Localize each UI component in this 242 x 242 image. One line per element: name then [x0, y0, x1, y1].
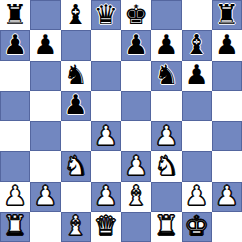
- square-c8[interactable]: ♝: [61, 0, 91, 30]
- square-b2[interactable]: ♟: [30, 182, 60, 212]
- square-a2[interactable]: ♟: [0, 182, 30, 212]
- black-knight-c6[interactable]: ♞: [64, 61, 88, 88]
- square-g5[interactable]: [182, 91, 212, 121]
- black-pawn-e7[interactable]: ♟: [124, 31, 148, 58]
- square-h5[interactable]: [212, 91, 242, 121]
- square-b5[interactable]: [30, 91, 60, 121]
- square-f6[interactable]: ♞: [151, 61, 181, 91]
- square-g6[interactable]: ♟: [182, 61, 212, 91]
- square-b4[interactable]: [30, 121, 60, 151]
- square-a7[interactable]: ♟: [0, 30, 30, 60]
- square-e1[interactable]: [121, 212, 151, 242]
- square-e4[interactable]: [121, 121, 151, 151]
- square-d5[interactable]: [91, 91, 121, 121]
- white-rook-f1[interactable]: ♜: [154, 212, 178, 239]
- square-h6[interactable]: [212, 61, 242, 91]
- square-h3[interactable]: [212, 151, 242, 181]
- square-h2[interactable]: ♟: [212, 182, 242, 212]
- square-b1[interactable]: [30, 212, 60, 242]
- black-king-e8[interactable]: ♚: [124, 1, 148, 28]
- square-b3[interactable]: [30, 151, 60, 181]
- square-g3[interactable]: [182, 151, 212, 181]
- square-g7[interactable]: ♝: [182, 30, 212, 60]
- square-h1[interactable]: [212, 212, 242, 242]
- white-knight-c3[interactable]: ♞: [64, 152, 88, 179]
- white-king-g1[interactable]: ♚: [185, 212, 209, 239]
- square-h4[interactable]: [212, 121, 242, 151]
- white-pawn-a2[interactable]: ♟: [3, 182, 27, 209]
- square-c4[interactable]: [61, 121, 91, 151]
- square-f5[interactable]: [151, 91, 181, 121]
- white-pawn-h2[interactable]: ♟: [215, 182, 239, 209]
- square-d6[interactable]: [91, 61, 121, 91]
- black-rook-h8[interactable]: ♜: [215, 1, 239, 28]
- square-c7[interactable]: [61, 30, 91, 60]
- square-g8[interactable]: [182, 0, 212, 30]
- black-bishop-c8[interactable]: ♝: [64, 1, 88, 28]
- square-e3[interactable]: ♟: [121, 151, 151, 181]
- square-d7[interactable]: [91, 30, 121, 60]
- square-g1[interactable]: ♚: [182, 212, 212, 242]
- chess-board: ♜♝♛♚♜♟♟♟♟♝♟♞♞♟♟♟♟♞♟♞♟♟♟♝♟♟♜♝♛♜♚: [0, 0, 242, 242]
- square-c3[interactable]: ♞: [61, 151, 91, 181]
- black-pawn-c5[interactable]: ♟: [64, 91, 88, 118]
- square-f8[interactable]: [151, 0, 181, 30]
- square-g4[interactable]: [182, 121, 212, 151]
- white-pawn-e3[interactable]: ♟: [124, 152, 148, 179]
- square-d4[interactable]: ♟: [91, 121, 121, 151]
- square-e6[interactable]: [121, 61, 151, 91]
- white-pawn-d2[interactable]: ♟: [94, 182, 118, 209]
- square-g2[interactable]: ♟: [182, 182, 212, 212]
- square-a6[interactable]: [0, 61, 30, 91]
- black-rook-a8[interactable]: ♜: [3, 1, 27, 28]
- square-b6[interactable]: [30, 61, 60, 91]
- square-e8[interactable]: ♚: [121, 0, 151, 30]
- square-e5[interactable]: [121, 91, 151, 121]
- square-h7[interactable]: ♟: [212, 30, 242, 60]
- black-pawn-h7[interactable]: ♟: [215, 31, 239, 58]
- square-d8[interactable]: ♛: [91, 0, 121, 30]
- black-pawn-g6[interactable]: ♟: [185, 61, 209, 88]
- square-c2[interactable]: [61, 182, 91, 212]
- square-b8[interactable]: [30, 0, 60, 30]
- white-queen-d1[interactable]: ♛: [94, 212, 118, 239]
- white-bishop-e2[interactable]: ♝: [124, 182, 148, 209]
- square-f3[interactable]: ♞: [151, 151, 181, 181]
- square-a4[interactable]: [0, 121, 30, 151]
- white-bishop-c1[interactable]: ♝: [64, 212, 88, 239]
- square-e7[interactable]: ♟: [121, 30, 151, 60]
- square-f4[interactable]: ♟: [151, 121, 181, 151]
- square-e2[interactable]: ♝: [121, 182, 151, 212]
- white-pawn-b2[interactable]: ♟: [33, 182, 57, 209]
- square-a5[interactable]: [0, 91, 30, 121]
- square-c5[interactable]: ♟: [61, 91, 91, 121]
- square-a8[interactable]: ♜: [0, 0, 30, 30]
- square-b7[interactable]: ♟: [30, 30, 60, 60]
- black-bishop-g7[interactable]: ♝: [185, 31, 209, 58]
- black-queen-d8[interactable]: ♛: [94, 1, 118, 28]
- square-a1[interactable]: ♜: [0, 212, 30, 242]
- white-knight-f3[interactable]: ♞: [154, 152, 178, 179]
- square-h8[interactable]: ♜: [212, 0, 242, 30]
- black-pawn-f7[interactable]: ♟: [154, 31, 178, 58]
- black-pawn-b7[interactable]: ♟: [33, 31, 57, 58]
- white-pawn-f4[interactable]: ♟: [154, 122, 178, 149]
- square-d2[interactable]: ♟: [91, 182, 121, 212]
- white-rook-a1[interactable]: ♜: [3, 212, 27, 239]
- black-knight-f6[interactable]: ♞: [154, 61, 178, 88]
- square-f2[interactable]: [151, 182, 181, 212]
- square-c6[interactable]: ♞: [61, 61, 91, 91]
- square-a3[interactable]: [0, 151, 30, 181]
- white-pawn-d4[interactable]: ♟: [94, 122, 118, 149]
- black-pawn-a7[interactable]: ♟: [3, 31, 27, 58]
- square-f7[interactable]: ♟: [151, 30, 181, 60]
- square-d1[interactable]: ♛: [91, 212, 121, 242]
- square-f1[interactable]: ♜: [151, 212, 181, 242]
- square-c1[interactable]: ♝: [61, 212, 91, 242]
- white-pawn-g2[interactable]: ♟: [185, 182, 209, 209]
- square-d3[interactable]: [91, 151, 121, 181]
